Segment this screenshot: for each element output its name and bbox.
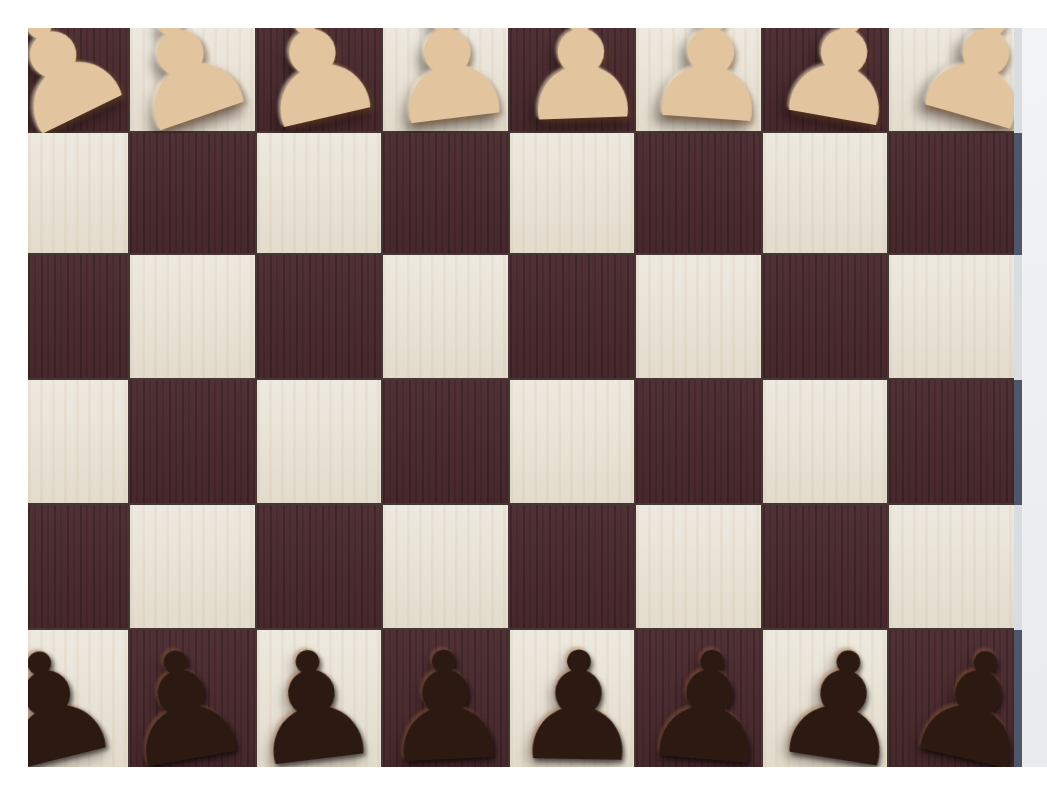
black-pawn[interactable]: ♟	[885, 617, 1014, 767]
photo-background: ♟♟♟♟♟♟♟♟♟♟♟♟♟♟♟♟	[0, 0, 1047, 800]
board-square[interactable]: ♟	[383, 28, 508, 131]
board-square[interactable]: ♟	[257, 28, 382, 131]
board-square[interactable]	[257, 133, 382, 253]
board-square[interactable]	[130, 133, 255, 253]
board-edge-segment	[1014, 255, 1022, 380]
board-square[interactable]	[28, 133, 128, 253]
board-edge-segment	[1014, 133, 1022, 255]
board-square[interactable]: ♟	[510, 630, 635, 767]
board-square[interactable]	[257, 505, 382, 628]
board-square[interactable]: ♟	[763, 630, 888, 767]
board-square[interactable]	[510, 255, 635, 378]
board-square[interactable]	[383, 505, 508, 628]
board-square[interactable]	[636, 133, 761, 253]
chess-board: ♟♟♟♟♟♟♟♟♟♟♟♟♟♟♟♟	[28, 28, 1014, 767]
board-square[interactable]: ♟	[889, 28, 1014, 131]
board-square[interactable]	[257, 255, 382, 378]
board-square[interactable]	[383, 255, 508, 378]
board-right-edge	[1014, 28, 1022, 767]
board-square[interactable]	[28, 505, 128, 628]
board-square[interactable]	[889, 505, 1014, 628]
board-square[interactable]: ♟	[383, 630, 508, 767]
board-square[interactable]	[763, 255, 888, 378]
board-square[interactable]	[636, 505, 761, 628]
board-square[interactable]	[28, 255, 128, 378]
board-edge-segment	[1014, 505, 1022, 630]
board-square[interactable]: ♟	[636, 28, 761, 131]
table-surface	[1022, 28, 1047, 767]
board-square[interactable]	[257, 380, 382, 503]
board-edge-segment	[1014, 28, 1022, 133]
board-square[interactable]	[130, 505, 255, 628]
board-square[interactable]	[510, 505, 635, 628]
board-square[interactable]	[763, 380, 888, 503]
board-edge-segment	[1014, 630, 1022, 767]
board-square[interactable]	[636, 255, 761, 378]
board-square[interactable]	[763, 133, 888, 253]
board-square[interactable]: ♟	[510, 28, 635, 131]
board-square[interactable]	[510, 133, 635, 253]
board-square[interactable]: ♟	[257, 630, 382, 767]
board-square[interactable]	[130, 255, 255, 378]
board-square[interactable]	[636, 380, 761, 503]
board-square[interactable]	[130, 380, 255, 503]
board-square[interactable]	[889, 255, 1014, 378]
board-square[interactable]: ♟	[636, 630, 761, 767]
board-edge-segment	[1014, 380, 1022, 505]
board-square[interactable]	[889, 133, 1014, 253]
board-square[interactable]	[28, 380, 128, 503]
board-square[interactable]: ♟	[889, 630, 1014, 767]
board-square[interactable]: ♟	[763, 28, 888, 131]
board-square[interactable]	[383, 133, 508, 253]
board-square[interactable]	[889, 380, 1014, 503]
board-square[interactable]	[383, 380, 508, 503]
board-square[interactable]	[763, 505, 888, 628]
board-square[interactable]	[510, 380, 635, 503]
